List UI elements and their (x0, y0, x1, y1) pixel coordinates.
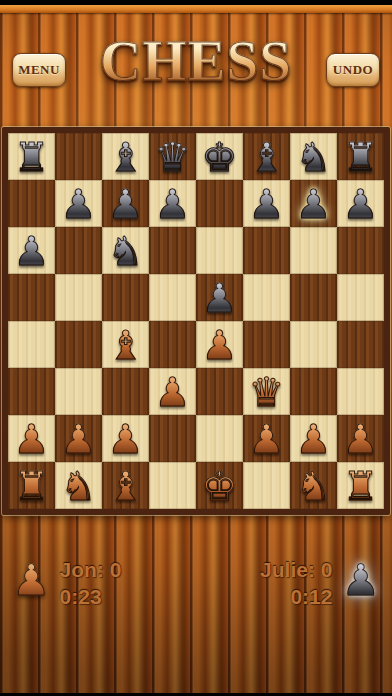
square-g8[interactable]: ♞ (290, 133, 337, 180)
piece-bQ-d8[interactable]: ♛ (149, 133, 196, 180)
square-h6[interactable] (337, 227, 384, 274)
board-frame: ♜♝♛♚♝♞♜♟♟♟♟♟♟♟♞♟♝♟♟♛♟♟♟♟♟♟♜♞♝♚♞♜ (2, 127, 390, 515)
piece-wR-a1[interactable]: ♜ (8, 462, 55, 509)
piece-bP-g7[interactable]: ♟ (290, 180, 337, 227)
square-e4[interactable]: ♟ (196, 321, 243, 368)
square-a3[interactable] (8, 368, 55, 415)
black-pawn-icon: ♟ (341, 554, 380, 606)
square-g6[interactable] (290, 227, 337, 274)
piece-wP-d3[interactable]: ♟ (149, 368, 196, 415)
square-b3[interactable] (55, 368, 102, 415)
square-c5[interactable] (102, 274, 149, 321)
square-a2[interactable]: ♟ (8, 415, 55, 462)
square-c7[interactable]: ♟ (102, 180, 149, 227)
piece-bK-e8[interactable]: ♚ (196, 133, 243, 180)
piece-bP-f7[interactable]: ♟ (243, 180, 290, 227)
chess-board: ♜♝♛♚♝♞♜♟♟♟♟♟♟♟♞♟♝♟♟♛♟♟♟♟♟♟♜♞♝♚♞♜ (8, 133, 384, 509)
square-b2[interactable]: ♟ (55, 415, 102, 462)
square-h4[interactable] (337, 321, 384, 368)
piece-wR-h1[interactable]: ♜ (337, 462, 384, 509)
square-a6[interactable]: ♟ (8, 227, 55, 274)
square-f7[interactable]: ♟ (243, 180, 290, 227)
top-wood-trim (0, 5, 392, 13)
piece-bR-a8[interactable]: ♜ (8, 133, 55, 180)
piece-wP-b2[interactable]: ♟ (55, 415, 102, 462)
white-player-clock: 0:23 (60, 583, 122, 610)
square-f6[interactable] (243, 227, 290, 274)
square-d7[interactable]: ♟ (149, 180, 196, 227)
piece-bP-a6[interactable]: ♟ (8, 227, 55, 274)
piece-wP-c2[interactable]: ♟ (102, 415, 149, 462)
square-a7[interactable] (8, 180, 55, 227)
square-d4[interactable] (149, 321, 196, 368)
square-d5[interactable] (149, 274, 196, 321)
square-f8[interactable]: ♝ (243, 133, 290, 180)
square-h8[interactable]: ♜ (337, 133, 384, 180)
piece-wK-e1[interactable]: ♚ (196, 462, 243, 509)
piece-bP-d7[interactable]: ♟ (149, 180, 196, 227)
piece-wP-f2[interactable]: ♟ (243, 415, 290, 462)
square-g4[interactable] (290, 321, 337, 368)
square-g5[interactable] (290, 274, 337, 321)
white-player-score: Jon: 0 (60, 556, 122, 583)
piece-wP-h2[interactable]: ♟ (337, 415, 384, 462)
square-e2[interactable] (196, 415, 243, 462)
square-d8[interactable]: ♛ (149, 133, 196, 180)
square-f5[interactable] (243, 274, 290, 321)
square-c4[interactable]: ♝ (102, 321, 149, 368)
square-a8[interactable]: ♜ (8, 133, 55, 180)
piece-wP-g2[interactable]: ♟ (290, 415, 337, 462)
square-c2[interactable]: ♟ (102, 415, 149, 462)
white-pawn-icon: ♟ (12, 554, 51, 606)
piece-wN-g1[interactable]: ♞ (290, 462, 337, 509)
square-h5[interactable] (337, 274, 384, 321)
square-b6[interactable] (55, 227, 102, 274)
square-d2[interactable] (149, 415, 196, 462)
square-c3[interactable] (102, 368, 149, 415)
undo-button[interactable]: UNDO (326, 53, 380, 87)
square-e6[interactable] (196, 227, 243, 274)
square-g2[interactable]: ♟ (290, 415, 337, 462)
piece-wN-b1[interactable]: ♞ (55, 462, 102, 509)
piece-bB-c8[interactable]: ♝ (102, 133, 149, 180)
square-c6[interactable]: ♞ (102, 227, 149, 274)
square-d3[interactable]: ♟ (149, 368, 196, 415)
player-white-panel: ♟ Jon: 0 0:23 (12, 554, 121, 610)
app-screen: CHESS MENU UNDO ♜♝♛♚♝♞♜♟♟♟♟♟♟♟♞♟♝♟♟♛♟♟♟♟… (0, 0, 392, 696)
square-a4[interactable] (8, 321, 55, 368)
piece-bP-e5[interactable]: ♟ (196, 274, 243, 321)
square-f2[interactable]: ♟ (243, 415, 290, 462)
square-h3[interactable] (337, 368, 384, 415)
piece-wB-c1[interactable]: ♝ (102, 462, 149, 509)
square-e8[interactable]: ♚ (196, 133, 243, 180)
piece-wB-c4[interactable]: ♝ (102, 321, 149, 368)
square-h2[interactable]: ♟ (337, 415, 384, 462)
piece-wP-a2[interactable]: ♟ (8, 415, 55, 462)
square-g7[interactable]: ♟ (290, 180, 337, 227)
square-g1[interactable]: ♞ (290, 462, 337, 509)
square-g3[interactable] (290, 368, 337, 415)
piece-bN-c6[interactable]: ♞ (102, 227, 149, 274)
square-e3[interactable] (196, 368, 243, 415)
square-a5[interactable] (8, 274, 55, 321)
top-black-bar (0, 0, 392, 5)
square-b8[interactable] (55, 133, 102, 180)
square-c8[interactable]: ♝ (102, 133, 149, 180)
square-e7[interactable] (196, 180, 243, 227)
square-c1[interactable]: ♝ (102, 462, 149, 509)
square-d1[interactable] (149, 462, 196, 509)
black-player-clock: 0:12 (260, 583, 332, 610)
square-d6[interactable] (149, 227, 196, 274)
piece-bB-f8[interactable]: ♝ (243, 133, 290, 180)
square-h1[interactable]: ♜ (337, 462, 384, 509)
square-b5[interactable] (55, 274, 102, 321)
piece-wP-e4[interactable]: ♟ (196, 321, 243, 368)
piece-bR-h8[interactable]: ♜ (337, 133, 384, 180)
square-b1[interactable]: ♞ (55, 462, 102, 509)
square-e5[interactable]: ♟ (196, 274, 243, 321)
piece-bN-g8[interactable]: ♞ (290, 133, 337, 180)
piece-bP-h7[interactable]: ♟ (337, 180, 384, 227)
black-player-score: Julie: 0 (260, 556, 332, 583)
player-black-panel: Julie: 0 0:12 ♟ (260, 554, 380, 610)
menu-button[interactable]: MENU (12, 53, 66, 87)
piece-bP-c7[interactable]: ♟ (102, 180, 149, 227)
piece-bP-b7[interactable]: ♟ (55, 180, 102, 227)
square-a1[interactable]: ♜ (8, 462, 55, 509)
square-f1[interactable] (243, 462, 290, 509)
square-b7[interactable]: ♟ (55, 180, 102, 227)
piece-wQ-f3[interactable]: ♛ (243, 368, 290, 415)
square-f4[interactable] (243, 321, 290, 368)
square-h7[interactable]: ♟ (337, 180, 384, 227)
square-f3[interactable]: ♛ (243, 368, 290, 415)
square-b4[interactable] (55, 321, 102, 368)
square-e1[interactable]: ♚ (196, 462, 243, 509)
